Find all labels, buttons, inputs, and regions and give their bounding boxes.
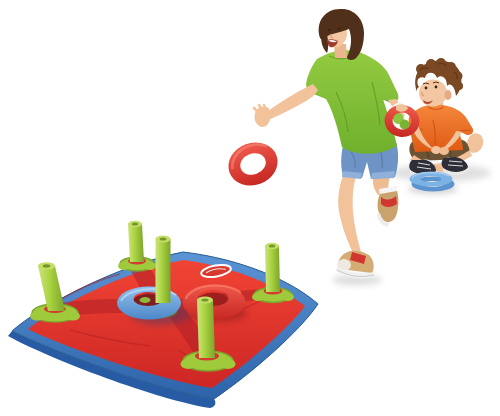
peg-top-hole: [269, 245, 275, 248]
boy-eye: [435, 86, 438, 89]
boy-head: [415, 58, 463, 107]
girl-eye: [328, 29, 331, 32]
girl-front-leg: [338, 176, 361, 253]
peg-top-hole: [160, 237, 167, 240]
peg-top-hole: [43, 264, 51, 267]
girl-player: [254, 9, 422, 286]
girl-back-sneaker: [377, 186, 398, 227]
girl-shirt: [306, 50, 398, 154]
boy-eye: [425, 87, 428, 90]
peg-top-hole: [132, 223, 138, 226]
product-photo: [0, 0, 500, 416]
peg-top: [118, 221, 156, 271]
girl-eye: [338, 28, 341, 31]
girl-front-sneaker: [336, 251, 374, 279]
ring-toss-scene: [0, 0, 500, 416]
boy-ear: [445, 90, 452, 100]
peg-top-hole: [201, 298, 208, 301]
red-ring-midair: [222, 136, 283, 193]
boy-hand: [439, 147, 449, 155]
peg-center: [156, 239, 171, 303]
girl-left-arm: [265, 84, 318, 120]
